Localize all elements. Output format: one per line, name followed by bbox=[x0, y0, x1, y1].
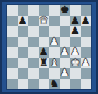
square-f8[interactable]: ♚ bbox=[60, 5, 71, 16]
square-a2[interactable] bbox=[7, 68, 18, 79]
square-g1[interactable] bbox=[70, 79, 81, 90]
square-h5[interactable] bbox=[81, 37, 92, 48]
square-h2[interactable] bbox=[81, 68, 92, 79]
square-d7[interactable]: ♛ bbox=[39, 16, 50, 27]
square-d6[interactable] bbox=[39, 26, 50, 37]
square-c4[interactable] bbox=[28, 47, 39, 58]
black-pawn-icon[interactable]: ♟ bbox=[18, 15, 27, 25]
square-a6[interactable] bbox=[7, 26, 18, 37]
black-pawn-icon[interactable]: ♟ bbox=[81, 15, 90, 25]
black-pawn-icon[interactable]: ♟ bbox=[39, 47, 48, 57]
chess-board: ♚♟♛♟♟♟♟♟♟♟♜♝♚♟♟♞ bbox=[7, 5, 91, 89]
black-knight-icon[interactable]: ♞ bbox=[50, 78, 59, 88]
square-d2[interactable] bbox=[39, 68, 50, 79]
square-c8[interactable] bbox=[28, 5, 39, 16]
square-a4[interactable] bbox=[7, 47, 18, 58]
square-g2[interactable] bbox=[70, 68, 81, 79]
white-pawn-icon[interactable]: ♟ bbox=[50, 36, 59, 46]
square-d3[interactable]: ♜ bbox=[39, 58, 50, 69]
square-c3[interactable] bbox=[28, 58, 39, 69]
square-g6[interactable]: ♟ bbox=[70, 26, 81, 37]
square-e3[interactable]: ♝ bbox=[49, 58, 60, 69]
square-b7[interactable]: ♟ bbox=[18, 16, 29, 27]
square-f1[interactable] bbox=[60, 79, 71, 90]
square-h6[interactable] bbox=[81, 26, 92, 37]
square-a3[interactable] bbox=[7, 58, 18, 69]
black-rook-icon[interactable]: ♜ bbox=[39, 57, 48, 67]
white-queen-icon[interactable]: ♛ bbox=[39, 15, 48, 25]
square-a8[interactable] bbox=[7, 5, 18, 16]
square-h7[interactable]: ♟ bbox=[81, 16, 92, 27]
square-b5[interactable] bbox=[18, 37, 29, 48]
square-c1[interactable] bbox=[28, 79, 39, 90]
square-f4[interactable]: ♟ bbox=[60, 47, 71, 58]
square-e7[interactable] bbox=[49, 16, 60, 27]
square-b4[interactable] bbox=[18, 47, 29, 58]
white-pawn-icon[interactable]: ♟ bbox=[60, 68, 69, 78]
white-king-icon[interactable]: ♚ bbox=[71, 57, 80, 67]
white-pawn-icon[interactable]: ♟ bbox=[71, 47, 80, 57]
square-d1[interactable] bbox=[39, 79, 50, 90]
square-b2[interactable] bbox=[18, 68, 29, 79]
square-e8[interactable] bbox=[49, 5, 60, 16]
square-b6[interactable] bbox=[18, 26, 29, 37]
white-pawn-icon[interactable]: ♟ bbox=[60, 47, 69, 57]
white-pawn-icon[interactable]: ♟ bbox=[81, 57, 90, 67]
square-c2[interactable] bbox=[28, 68, 39, 79]
white-bishop-icon[interactable]: ♝ bbox=[50, 57, 59, 67]
square-f6[interactable] bbox=[60, 26, 71, 37]
black-pawn-icon[interactable]: ♟ bbox=[71, 15, 80, 25]
square-h1[interactable] bbox=[81, 79, 92, 90]
square-a7[interactable] bbox=[7, 16, 18, 27]
square-e5[interactable]: ♟ bbox=[49, 37, 60, 48]
square-g3[interactable]: ♚ bbox=[70, 58, 81, 69]
square-e1[interactable]: ♞ bbox=[49, 79, 60, 90]
black-pawn-icon[interactable]: ♟ bbox=[71, 26, 80, 36]
square-c5[interactable] bbox=[28, 37, 39, 48]
square-h3[interactable]: ♟ bbox=[81, 58, 92, 69]
square-f7[interactable] bbox=[60, 16, 71, 27]
square-f2[interactable]: ♟ bbox=[60, 68, 71, 79]
chess-app-window: { "game": "chess", "position": "5k2/1p1Q… bbox=[0, 0, 98, 94]
square-b3[interactable] bbox=[18, 58, 29, 69]
square-b1[interactable] bbox=[18, 79, 29, 90]
square-c7[interactable] bbox=[28, 16, 39, 27]
square-a1[interactable] bbox=[7, 79, 18, 90]
square-c6[interactable] bbox=[28, 26, 39, 37]
square-a5[interactable] bbox=[7, 37, 18, 48]
black-king-icon[interactable]: ♚ bbox=[60, 5, 69, 15]
